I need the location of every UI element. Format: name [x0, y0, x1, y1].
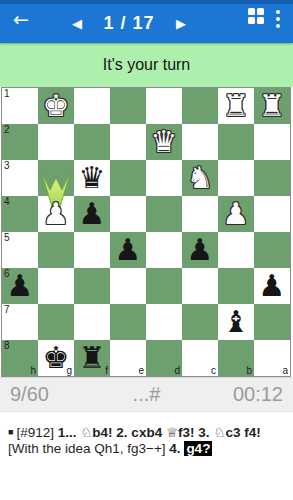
square-h2[interactable]: 2 — [2, 124, 38, 160]
app-bar: ← ◀ 1 / 17 ▶ — [0, 0, 293, 43]
square-c1[interactable] — [182, 88, 218, 124]
square-g8[interactable]: g♚ — [38, 340, 74, 376]
puzzle-navigator: ◀ 1 / 17 ▶ — [70, 13, 188, 34]
square-b5[interactable] — [218, 232, 254, 268]
white-rook[interactable]: ♜ — [218, 88, 254, 124]
square-a1[interactable]: ♜ — [254, 88, 290, 124]
move-text[interactable]: 1... — [58, 425, 81, 440]
square-a7[interactable] — [254, 304, 290, 340]
analysis-notation: ■[#912] 1... ♘b4! 2. cxb4 ♕f3! 3. ♘c3 f4… — [0, 412, 293, 457]
file-label: c — [211, 365, 216, 377]
square-e7[interactable] — [110, 304, 146, 340]
turn-banner-text: It's your turn — [103, 56, 191, 74]
square-h8[interactable]: 8h — [2, 340, 38, 376]
square-d5[interactable] — [146, 232, 182, 268]
square-g1[interactable]: ♚ — [38, 88, 74, 124]
comment-text: [With the idea Qh1, fg3−+] — [8, 441, 169, 456]
square-b4[interactable]: ♟ — [218, 196, 254, 232]
square-e5[interactable]: ♟ — [110, 232, 146, 268]
prev-puzzle-icon[interactable]: ◀ — [70, 14, 84, 34]
white-knight[interactable]: ♞ — [182, 160, 218, 196]
square-f3[interactable]: ♛ — [74, 160, 110, 196]
rank-label: 7 — [4, 304, 10, 316]
square-d7[interactable] — [146, 304, 182, 340]
move-text[interactable]: f3! 3. — [178, 425, 213, 440]
black-pawn[interactable]: ♟ — [74, 196, 110, 232]
square-f6[interactable] — [74, 268, 110, 304]
square-h4[interactable]: 4 — [2, 196, 38, 232]
move-text[interactable]: b4! 2. cxb4 — [92, 425, 166, 440]
square-d4[interactable] — [146, 196, 182, 232]
square-c3[interactable]: ♞ — [182, 160, 218, 196]
square-d3[interactable] — [146, 160, 182, 196]
square-e1[interactable] — [110, 88, 146, 124]
square-b3[interactable] — [218, 160, 254, 196]
square-h7[interactable]: 7 — [2, 304, 38, 340]
file-label: a — [282, 365, 288, 377]
square-c8[interactable]: c — [182, 340, 218, 376]
square-a2[interactable] — [254, 124, 290, 160]
file-label: h — [30, 365, 36, 377]
white-queen[interactable]: ♛ — [146, 124, 182, 160]
square-b8[interactable]: b — [218, 340, 254, 376]
square-h6[interactable]: 6♟ — [2, 268, 38, 304]
rank-label: 1 — [4, 88, 10, 100]
square-a6[interactable]: ♟ — [254, 268, 290, 304]
square-h1[interactable]: 1 — [2, 88, 38, 124]
file-label: g — [66, 365, 72, 377]
turn-banner: It's your turn — [0, 43, 293, 87]
square-a8[interactable]: a — [254, 340, 290, 376]
file-label: f — [105, 365, 108, 377]
square-f1[interactable] — [74, 88, 110, 124]
square-f5[interactable] — [74, 232, 110, 268]
square-c7[interactable] — [182, 304, 218, 340]
square-e6[interactable] — [110, 268, 146, 304]
black-pawn[interactable]: ♟ — [110, 232, 146, 268]
square-d2[interactable]: ♛ — [146, 124, 182, 160]
black-pawn[interactable]: ♟ — [182, 232, 218, 268]
square-e2[interactable] — [110, 124, 146, 160]
square-b2[interactable] — [218, 124, 254, 160]
next-puzzle-icon[interactable]: ▶ — [174, 14, 188, 34]
square-a5[interactable] — [254, 232, 290, 268]
square-d6[interactable] — [146, 268, 182, 304]
square-c5[interactable]: ♟ — [182, 232, 218, 268]
move-text[interactable]: c3 f4! — [225, 425, 260, 440]
square-e3[interactable] — [110, 160, 146, 196]
rank-label: 4 — [4, 196, 10, 208]
back-icon[interactable]: ← — [13, 10, 29, 29]
square-c6[interactable] — [182, 268, 218, 304]
rank-label: 5 — [4, 232, 10, 244]
timer: 00:12 — [233, 383, 283, 406]
square-b7[interactable]: ♝ — [218, 304, 254, 340]
puzzle-list-grid-icon[interactable] — [248, 8, 264, 24]
square-b6[interactable] — [218, 268, 254, 304]
square-b1[interactable]: ♜ — [218, 88, 254, 124]
square-a4[interactable] — [254, 196, 290, 232]
status-bar: 9/60 ...# 00:12 — [0, 377, 293, 412]
move-text[interactable]: ♘ — [80, 424, 92, 440]
rank-label: 2 — [4, 124, 10, 136]
square-f4[interactable]: ♟ — [74, 196, 110, 232]
square-f2[interactable] — [74, 124, 110, 160]
square-g2[interactable] — [38, 124, 74, 160]
white-pawn[interactable]: ♟ — [38, 196, 74, 232]
puzzle-counter: 1 / 17 — [103, 13, 154, 34]
chess-board: 1♚♜♜2♛3♛♞4♟♟♟5♟♟6♟♟7♝8hg♚f♜edcba — [1, 87, 291, 377]
comment-text: [#912] — [16, 425, 57, 440]
square-c2[interactable] — [182, 124, 218, 160]
white-pawn[interactable]: ♟ — [218, 196, 254, 232]
square-c4[interactable] — [182, 196, 218, 232]
square-f7[interactable] — [74, 304, 110, 340]
square-g4[interactable]: ♟ — [38, 196, 74, 232]
square-d8[interactable]: d — [146, 340, 182, 376]
white-rook[interactable]: ♜ — [254, 88, 290, 124]
square-e4[interactable] — [110, 196, 146, 232]
move-text[interactable]: 4. — [169, 441, 184, 456]
square-e8[interactable]: e — [110, 340, 146, 376]
file-label: b — [246, 365, 252, 377]
square-g5[interactable] — [38, 232, 74, 268]
square-h3[interactable]: 3 — [2, 160, 38, 196]
square-d1[interactable] — [146, 88, 182, 124]
rank-label: 6 — [4, 268, 10, 280]
square-a3[interactable] — [254, 160, 290, 196]
current-move[interactable]: g4? — [184, 441, 212, 456]
black-queen[interactable]: ♛ — [74, 160, 110, 196]
bullet-icon: ■ — [8, 427, 13, 437]
square-g6[interactable] — [38, 268, 74, 304]
black-bishop[interactable]: ♝ — [218, 304, 254, 340]
file-label: d — [174, 365, 180, 377]
rank-label: 3 — [4, 160, 10, 172]
overflow-menu-icon[interactable] — [275, 9, 281, 29]
square-g7[interactable] — [38, 304, 74, 340]
white-king[interactable]: ♚ — [38, 88, 74, 124]
move-text[interactable]: ♕ — [166, 424, 178, 440]
square-h5[interactable]: 5 — [2, 232, 38, 268]
file-label: e — [138, 365, 144, 377]
black-pawn[interactable]: ♟ — [254, 268, 290, 304]
square-f8[interactable]: f♜ — [74, 340, 110, 376]
move-text[interactable]: ♘ — [213, 424, 225, 440]
rank-label: 8 — [4, 340, 10, 352]
